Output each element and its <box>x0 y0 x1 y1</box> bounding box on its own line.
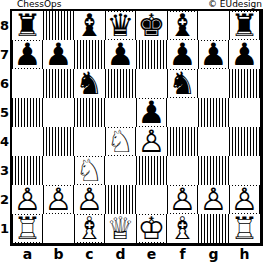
piece-white-rook: ♖ <box>231 215 258 242</box>
piece-white-pawn: ♙ <box>45 186 72 213</box>
piece-white-pawn: ♙ <box>76 186 103 213</box>
piece-white-knight: ♘ <box>107 128 134 155</box>
rank-label-2: 2 <box>0 185 9 214</box>
square-a7[interactable]: ♟ <box>12 40 43 69</box>
square-c1[interactable]: ♗ <box>74 214 105 243</box>
rank-label-6: 6 <box>0 69 9 98</box>
file-label-g: g <box>198 246 229 262</box>
piece-black-queen: ♛ <box>107 12 134 39</box>
rank-label-8: 8 <box>0 11 9 40</box>
chess-board: ♜♝♛♚♝♜♟♟♟♟♟♟♞♞♟♘♙♘♙♙♙♙♙♙♖♗♕♔♗♖ <box>10 9 263 246</box>
piece-black-pawn: ♟ <box>45 41 72 68</box>
file-label-c: c <box>74 246 105 262</box>
piece-black-knight: ♞ <box>76 70 103 97</box>
square-b1[interactable] <box>43 214 74 243</box>
piece-white-pawn: ♙ <box>200 186 227 213</box>
square-c5[interactable] <box>74 98 105 127</box>
file-label-e: e <box>136 246 167 262</box>
square-d6[interactable] <box>105 69 136 98</box>
piece-black-bishop: ♝ <box>169 12 196 39</box>
square-d4[interactable]: ♘ <box>105 127 136 156</box>
square-e7[interactable] <box>136 40 167 69</box>
piece-white-king: ♔ <box>138 215 165 242</box>
rank-label-7: 7 <box>0 40 9 69</box>
square-e4[interactable]: ♙ <box>136 127 167 156</box>
square-d1[interactable]: ♕ <box>105 214 136 243</box>
piece-white-pawn: ♙ <box>231 186 258 213</box>
rank-label-4: 4 <box>0 127 9 156</box>
square-g2[interactable]: ♙ <box>198 185 229 214</box>
square-b6[interactable] <box>43 69 74 98</box>
piece-black-pawn: ♟ <box>200 41 227 68</box>
square-c8[interactable]: ♝ <box>74 11 105 40</box>
square-d7[interactable]: ♟ <box>105 40 136 69</box>
file-label-b: b <box>43 246 74 262</box>
piece-black-pawn: ♟ <box>107 41 134 68</box>
square-f4[interactable] <box>167 127 198 156</box>
chessops-window: ChessOps © EUdesign 87654321 ♜♝♛♚♝♜♟♟♟♟♟… <box>0 0 270 270</box>
square-e3[interactable] <box>136 156 167 185</box>
square-a6[interactable] <box>12 69 43 98</box>
square-f1[interactable]: ♗ <box>167 214 198 243</box>
square-h6[interactable] <box>229 69 260 98</box>
square-a5[interactable] <box>12 98 43 127</box>
piece-white-pawn: ♙ <box>169 186 196 213</box>
piece-black-knight: ♞ <box>169 70 196 97</box>
square-g7[interactable]: ♟ <box>198 40 229 69</box>
square-h7[interactable]: ♟ <box>229 40 260 69</box>
square-a4[interactable] <box>12 127 43 156</box>
file-label-d: d <box>105 246 136 262</box>
piece-white-knight: ♘ <box>76 157 103 184</box>
square-g4[interactable] <box>198 127 229 156</box>
piece-black-king: ♚ <box>138 12 165 39</box>
piece-white-rook: ♖ <box>14 215 41 242</box>
square-h4[interactable] <box>229 127 260 156</box>
piece-black-pawn: ♟ <box>14 41 41 68</box>
square-b5[interactable] <box>43 98 74 127</box>
square-g5[interactable] <box>198 98 229 127</box>
piece-white-queen: ♕ <box>107 215 134 242</box>
square-a1[interactable]: ♖ <box>12 214 43 243</box>
square-c6[interactable]: ♞ <box>74 69 105 98</box>
file-label-a: a <box>12 246 43 262</box>
square-h5[interactable] <box>229 98 260 127</box>
square-g1[interactable] <box>198 214 229 243</box>
square-e1[interactable]: ♔ <box>136 214 167 243</box>
file-label-h: h <box>229 246 260 262</box>
file-labels: abcdefgh <box>12 246 260 262</box>
piece-black-pawn: ♟ <box>169 41 196 68</box>
piece-white-pawn: ♙ <box>14 186 41 213</box>
square-b7[interactable]: ♟ <box>43 40 74 69</box>
square-f6[interactable]: ♞ <box>167 69 198 98</box>
rank-label-1: 1 <box>0 214 9 243</box>
piece-black-rook: ♜ <box>231 12 258 39</box>
square-d3[interactable] <box>105 156 136 185</box>
square-f5[interactable] <box>167 98 198 127</box>
square-b4[interactable] <box>43 127 74 156</box>
piece-black-pawn: ♟ <box>138 99 165 126</box>
piece-black-rook: ♜ <box>14 12 41 39</box>
rank-label-3: 3 <box>0 156 9 185</box>
square-g6[interactable] <box>198 69 229 98</box>
file-label-f: f <box>167 246 198 262</box>
piece-black-bishop: ♝ <box>76 12 103 39</box>
square-b2[interactable]: ♙ <box>43 185 74 214</box>
square-h1[interactable]: ♖ <box>229 214 260 243</box>
rank-labels: 87654321 <box>0 11 9 243</box>
piece-white-bishop: ♗ <box>169 215 196 242</box>
piece-white-pawn: ♙ <box>138 128 165 155</box>
piece-black-pawn: ♟ <box>231 41 258 68</box>
square-e8[interactable]: ♚ <box>136 11 167 40</box>
rank-label-5: 5 <box>0 98 9 127</box>
piece-white-bishop: ♗ <box>76 215 103 242</box>
